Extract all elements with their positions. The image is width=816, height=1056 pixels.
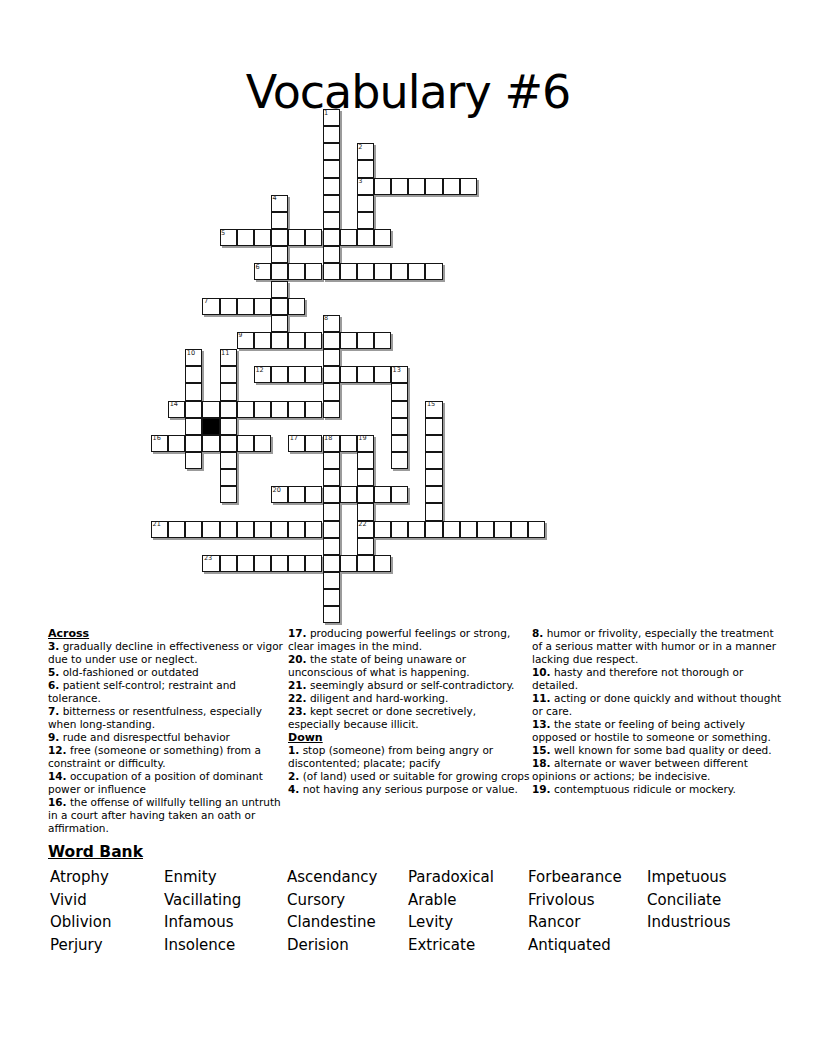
grid-cell[interactable] bbox=[168, 435, 185, 452]
grid-cell[interactable] bbox=[323, 229, 340, 246]
grid-cell[interactable] bbox=[220, 366, 237, 383]
clue-number: 8 bbox=[324, 315, 328, 322]
grid-cell[interactable] bbox=[340, 486, 357, 503]
word-bank-item: Cursory bbox=[287, 889, 408, 912]
grid-cell[interactable] bbox=[288, 486, 305, 503]
clue-number: 19 bbox=[358, 435, 366, 442]
grid-cell[interactable] bbox=[271, 521, 288, 538]
word-bank-item: Paradoxical bbox=[408, 866, 528, 889]
clue-number-label: 23. bbox=[288, 705, 307, 717]
clue-number-label: 16. bbox=[48, 796, 67, 808]
clue-number-label: 11. bbox=[532, 692, 551, 704]
grid-cell[interactable] bbox=[374, 366, 391, 383]
clue-number: 21 bbox=[153, 521, 161, 528]
grid-cell[interactable] bbox=[374, 555, 391, 572]
grid-cell[interactable] bbox=[323, 383, 340, 400]
grid-cell[interactable] bbox=[425, 452, 442, 469]
grid-cell[interactable] bbox=[305, 332, 322, 349]
grid-cell[interactable] bbox=[254, 332, 271, 349]
grid-cell[interactable] bbox=[374, 229, 391, 246]
clue-list-heading-down: Down bbox=[288, 731, 531, 744]
grid-cell[interactable] bbox=[305, 486, 322, 503]
grid-cell[interactable] bbox=[408, 263, 425, 280]
word-bank-item: Levity bbox=[408, 911, 528, 934]
clue-number: 14 bbox=[170, 401, 178, 408]
clue-number: 1 bbox=[324, 110, 328, 117]
grid-cell[interactable] bbox=[237, 435, 254, 452]
clue-9-across: 9. rude and disrespectful behavior bbox=[48, 731, 285, 744]
clue-number-label: 8. bbox=[532, 627, 543, 639]
grid-cell[interactable] bbox=[391, 521, 408, 538]
grid-cell[interactable] bbox=[357, 366, 374, 383]
grid-cell[interactable] bbox=[323, 486, 340, 503]
clue-1-down: 1. stop (someone) from being angry or di… bbox=[288, 744, 531, 770]
grid-cell[interactable] bbox=[271, 263, 288, 280]
grid-cell[interactable] bbox=[185, 418, 202, 435]
grid-cell[interactable] bbox=[323, 332, 340, 349]
grid-cell[interactable] bbox=[357, 229, 374, 246]
grid-cell[interactable] bbox=[271, 298, 288, 315]
clue-10-down: 10. hasty and therefore not thorough or … bbox=[532, 666, 786, 692]
grid-cell[interactable] bbox=[340, 263, 357, 280]
clue-14-across: 14. occupation of a position of dominant… bbox=[48, 770, 285, 796]
grid-cell[interactable] bbox=[220, 298, 237, 315]
clue-6-across: 6. patient self-control; restraint and t… bbox=[48, 679, 285, 705]
grid-cell[interactable] bbox=[340, 366, 357, 383]
grid-cell[interactable] bbox=[185, 452, 202, 469]
grid-cell[interactable] bbox=[271, 281, 288, 298]
grid-cell[interactable] bbox=[340, 229, 357, 246]
grid-cell[interactable] bbox=[288, 298, 305, 315]
grid-cell[interactable] bbox=[357, 452, 374, 469]
word-bank-item: Atrophy bbox=[50, 866, 164, 889]
word-bank-item: Infamous bbox=[164, 911, 287, 934]
word-bank-item: Insolence bbox=[164, 934, 287, 957]
clue-16-across: 16. the offense of willfully telling an … bbox=[48, 796, 285, 835]
word-bank-item: Frivolous bbox=[528, 889, 647, 912]
clue-column-left: Across3. gradually decline in effectiven… bbox=[48, 627, 285, 835]
clue-number-label: 21. bbox=[288, 679, 307, 691]
grid-cell[interactable] bbox=[323, 212, 340, 229]
clue-column-middle: 17. producing powerful feelings or stron… bbox=[288, 627, 531, 796]
grid-cell[interactable] bbox=[340, 555, 357, 572]
word-bank-item: Vacillating bbox=[164, 889, 287, 912]
clue-number: 18 bbox=[324, 435, 332, 442]
word-bank-item: Derision bbox=[287, 934, 408, 957]
grid-cell[interactable] bbox=[237, 555, 254, 572]
grid-cell[interactable] bbox=[340, 332, 357, 349]
grid-cell[interactable] bbox=[374, 332, 391, 349]
grid-cell[interactable] bbox=[305, 229, 322, 246]
word-bank-item: Conciliate bbox=[647, 889, 731, 912]
grid-cell[interactable] bbox=[254, 555, 271, 572]
crossword-grid: 3567912141617202122231248101113151819 bbox=[151, 109, 551, 629]
grid-cell[interactable] bbox=[374, 521, 391, 538]
grid-cell[interactable] bbox=[391, 418, 408, 435]
grid-cell[interactable] bbox=[425, 521, 442, 538]
grid-cell[interactable] bbox=[271, 229, 288, 246]
grid-cell[interactable] bbox=[185, 401, 202, 418]
grid-cell[interactable] bbox=[185, 521, 202, 538]
word-bank-column: EnmityVacillatingInfamousInsolence bbox=[164, 866, 287, 957]
grid-cell[interactable] bbox=[220, 469, 237, 486]
grid-cell[interactable] bbox=[288, 555, 305, 572]
grid-cell[interactable] bbox=[323, 246, 340, 263]
grid-cell[interactable] bbox=[305, 263, 322, 280]
grid-cell[interactable] bbox=[220, 383, 237, 400]
word-bank-item: Extricate bbox=[408, 934, 528, 957]
grid-cell[interactable] bbox=[220, 452, 237, 469]
grid-cell[interactable] bbox=[254, 298, 271, 315]
clue-number: 3 bbox=[358, 178, 362, 185]
grid-cell[interactable] bbox=[357, 263, 374, 280]
grid-cell[interactable] bbox=[323, 160, 340, 177]
grid-cell[interactable] bbox=[254, 435, 271, 452]
word-bank-column: AscendancyCursoryClandestineDerision bbox=[287, 866, 408, 957]
clue-number: 16 bbox=[153, 435, 161, 442]
clue-list-heading-across: Across bbox=[48, 627, 285, 640]
grid-cell[interactable] bbox=[323, 589, 340, 606]
grid-cell[interactable] bbox=[357, 212, 374, 229]
word-bank-column: ForbearanceFrivolousRancorAntiquated bbox=[528, 866, 647, 957]
clue-number-label: 17. bbox=[288, 627, 307, 639]
grid-cell[interactable] bbox=[323, 606, 340, 623]
clue-number: 13 bbox=[393, 367, 401, 374]
grid-cell[interactable] bbox=[323, 521, 340, 538]
clue-number-label: 13. bbox=[532, 718, 551, 730]
black-cell bbox=[202, 418, 219, 435]
grid-cell[interactable] bbox=[237, 401, 254, 418]
clue-number-label: 9. bbox=[48, 731, 59, 743]
grid-cell[interactable] bbox=[220, 401, 237, 418]
clue-number-label: 22. bbox=[288, 692, 307, 704]
clue-number: 4 bbox=[273, 195, 277, 202]
clue-22-across: 22. diligent and hard-working. bbox=[288, 692, 531, 705]
grid-cell[interactable] bbox=[408, 178, 425, 195]
grid-cell[interactable] bbox=[220, 555, 237, 572]
grid-cell[interactable] bbox=[305, 435, 322, 452]
grid-cell[interactable] bbox=[323, 401, 340, 418]
grid-cell[interactable] bbox=[220, 521, 237, 538]
word-bank-item: Perjury bbox=[50, 934, 164, 957]
grid-cell[interactable] bbox=[374, 263, 391, 280]
grid-cell[interactable] bbox=[323, 452, 340, 469]
clue-number-label: 2. bbox=[288, 770, 299, 782]
word-bank-item: Enmity bbox=[164, 866, 287, 889]
grid-cell[interactable] bbox=[323, 178, 340, 195]
clue-7-across: 7. bitterness or resentfulness, especial… bbox=[48, 705, 285, 731]
grid-cell[interactable] bbox=[323, 572, 340, 589]
grid-cell[interactable] bbox=[357, 486, 374, 503]
clue-12-across: 12. free (someone or something) from a c… bbox=[48, 744, 285, 770]
clue-number-label: 10. bbox=[532, 666, 551, 678]
grid-cell[interactable] bbox=[185, 366, 202, 383]
grid-cell[interactable] bbox=[323, 555, 340, 572]
grid-cell[interactable] bbox=[237, 521, 254, 538]
clue-4-down: 4. not having any serious purpose or val… bbox=[288, 783, 531, 796]
clue-number: 20 bbox=[273, 487, 281, 494]
grid-cell[interactable] bbox=[443, 521, 460, 538]
grid-cell[interactable] bbox=[305, 555, 322, 572]
grid-cell[interactable] bbox=[357, 503, 374, 520]
grid-cell[interactable] bbox=[443, 178, 460, 195]
grid-cell[interactable] bbox=[391, 486, 408, 503]
grid-cell[interactable] bbox=[323, 503, 340, 520]
clue-number: 2 bbox=[358, 144, 362, 151]
clue-number-label: 14. bbox=[48, 770, 67, 782]
clue-number-label: 20. bbox=[288, 653, 307, 665]
grid-cell[interactable] bbox=[323, 538, 340, 555]
word-bank-heading: Word Bank bbox=[48, 843, 143, 861]
word-bank-item: Ascendancy bbox=[287, 866, 408, 889]
word-bank-item: Clandestine bbox=[287, 911, 408, 934]
clue-13-down: 13. the state or feeling of being active… bbox=[532, 718, 786, 744]
grid-cell[interactable] bbox=[271, 246, 288, 263]
clue-number: 6 bbox=[255, 264, 259, 271]
word-bank-item: Oblivion bbox=[50, 911, 164, 934]
grid-cell[interactable] bbox=[288, 521, 305, 538]
grid-cell[interactable] bbox=[288, 401, 305, 418]
grid-cell[interactable] bbox=[288, 229, 305, 246]
grid-cell[interactable] bbox=[357, 160, 374, 177]
grid-cell[interactable] bbox=[271, 366, 288, 383]
grid-cell[interactable] bbox=[220, 418, 237, 435]
word-bank-item: Arable bbox=[408, 889, 528, 912]
grid-cell[interactable] bbox=[254, 521, 271, 538]
grid-cell[interactable] bbox=[220, 486, 237, 503]
clue-number-label: 15. bbox=[532, 744, 551, 756]
grid-cell[interactable] bbox=[305, 366, 322, 383]
clue-19-down: 19. contemptuous ridicule or mockery. bbox=[532, 783, 786, 796]
worksheet-page: Vocabulary #6 35679121416172021222312481… bbox=[0, 0, 816, 1056]
clue-number: 7 bbox=[204, 298, 208, 305]
grid-cell[interactable] bbox=[357, 332, 374, 349]
grid-cell[interactable] bbox=[254, 229, 271, 246]
clue-17-across: 17. producing powerful feelings or stron… bbox=[288, 627, 531, 653]
grid-cell[interactable] bbox=[391, 263, 408, 280]
clue-5-across: 5. old-fashioned or outdated bbox=[48, 666, 285, 679]
word-bank-item: Rancor bbox=[528, 911, 647, 934]
grid-cell[interactable] bbox=[357, 195, 374, 212]
grid-cell[interactable] bbox=[391, 452, 408, 469]
clue-number: 5 bbox=[221, 230, 225, 237]
word-bank-item: Impetuous bbox=[647, 866, 731, 889]
grid-cell[interactable] bbox=[408, 521, 425, 538]
clue-number-label: 12. bbox=[48, 744, 67, 756]
grid-cell[interactable] bbox=[271, 401, 288, 418]
grid-cell[interactable] bbox=[460, 178, 477, 195]
clue-number: 23 bbox=[204, 555, 212, 562]
clue-8-down: 8. humor or frivolity, especially the tr… bbox=[532, 627, 786, 666]
grid-cell[interactable] bbox=[271, 332, 288, 349]
grid-cell[interactable] bbox=[425, 469, 442, 486]
grid-cell[interactable] bbox=[288, 366, 305, 383]
grid-cell[interactable] bbox=[425, 263, 442, 280]
clue-3-across: 3. gradually decline in effectiveness or… bbox=[48, 640, 285, 666]
clue-number-label: 19. bbox=[532, 783, 551, 795]
clue-number: 22 bbox=[358, 521, 366, 528]
grid-cell[interactable] bbox=[374, 486, 391, 503]
grid-cell[interactable] bbox=[323, 126, 340, 143]
grid-cell[interactable] bbox=[391, 383, 408, 400]
grid-cell[interactable] bbox=[185, 435, 202, 452]
word-bank-item: Vivid bbox=[50, 889, 164, 912]
grid-cell[interactable] bbox=[271, 315, 288, 332]
grid-cell[interactable] bbox=[185, 383, 202, 400]
grid-cell[interactable] bbox=[271, 555, 288, 572]
clue-20-across: 20. the state of being unaware or uncons… bbox=[288, 653, 531, 679]
grid-cell[interactable] bbox=[288, 332, 305, 349]
grid-cell[interactable] bbox=[271, 212, 288, 229]
grid-cell[interactable] bbox=[477, 521, 494, 538]
clue-number: 9 bbox=[238, 332, 242, 339]
grid-cell[interactable] bbox=[425, 435, 442, 452]
word-bank-column: ParadoxicalArableLevityExtricate bbox=[408, 866, 528, 957]
grid-cell[interactable] bbox=[528, 521, 545, 538]
clue-number-label: 7. bbox=[48, 705, 59, 717]
grid-cell[interactable] bbox=[425, 486, 442, 503]
clue-21-across: 21. seemingly absurd or self-contradicto… bbox=[288, 679, 531, 692]
clue-18-down: 18. alternate or waver between different… bbox=[532, 757, 786, 783]
grid-cell[interactable] bbox=[323, 366, 340, 383]
clue-number: 11 bbox=[221, 350, 229, 357]
clue-23-across: 23. kept secret or done secretively, esp… bbox=[288, 705, 531, 731]
clue-number-label: 4. bbox=[288, 783, 299, 795]
grid-cell[interactable] bbox=[494, 521, 511, 538]
grid-cell[interactable] bbox=[391, 435, 408, 452]
grid-cell[interactable] bbox=[305, 521, 322, 538]
grid-cell[interactable] bbox=[460, 521, 477, 538]
word-bank-item: Antiquated bbox=[528, 934, 647, 957]
word-bank-column: ImpetuousConciliateIndustrious bbox=[647, 866, 731, 957]
clue-column-right: 8. humor or frivolity, especially the tr… bbox=[532, 627, 786, 796]
clue-number-label: 18. bbox=[532, 757, 551, 769]
clue-number-label: 6. bbox=[48, 679, 59, 691]
grid-cell[interactable] bbox=[323, 349, 340, 366]
grid-cell[interactable] bbox=[288, 263, 305, 280]
clue-number: 10 bbox=[187, 350, 195, 357]
grid-cell[interactable] bbox=[254, 401, 271, 418]
grid-cell[interactable] bbox=[237, 298, 254, 315]
grid-cell[interactable] bbox=[220, 435, 237, 452]
clue-number: 12 bbox=[255, 367, 263, 374]
clue-number: 17 bbox=[290, 435, 298, 442]
grid-cell[interactable] bbox=[340, 435, 357, 452]
grid-cell[interactable] bbox=[323, 469, 340, 486]
clue-number-label: 1. bbox=[288, 744, 299, 756]
grid-cell[interactable] bbox=[357, 555, 374, 572]
grid-cell[interactable] bbox=[323, 143, 340, 160]
word-bank-column: AtrophyVividOblivionPerjury bbox=[50, 866, 164, 957]
clue-number-label: 5. bbox=[48, 666, 59, 678]
word-bank-item: Industrious bbox=[647, 911, 731, 934]
clue-15-down: 15. well known for some bad quality or d… bbox=[532, 744, 786, 757]
clue-2-down: 2. (of land) used or suitable for growin… bbox=[288, 770, 531, 783]
grid-cell[interactable] bbox=[425, 178, 442, 195]
grid-cell[interactable] bbox=[425, 503, 442, 520]
grid-cell[interactable] bbox=[202, 435, 219, 452]
grid-cell[interactable] bbox=[323, 263, 340, 280]
grid-cell[interactable] bbox=[391, 401, 408, 418]
grid-cell[interactable] bbox=[511, 521, 528, 538]
clue-number-label: 3. bbox=[48, 640, 59, 652]
word-bank: AtrophyVividOblivionPerjuryEnmityVacilla… bbox=[50, 866, 731, 957]
grid-cell[interactable] bbox=[357, 538, 374, 555]
grid-cell[interactable] bbox=[202, 521, 219, 538]
grid-cell[interactable] bbox=[323, 195, 340, 212]
grid-cell[interactable] bbox=[391, 178, 408, 195]
grid-cell[interactable] bbox=[305, 401, 322, 418]
grid-cell[interactable] bbox=[168, 521, 185, 538]
word-bank-item: Forbearance bbox=[528, 866, 647, 889]
grid-cell[interactable] bbox=[425, 418, 442, 435]
clue-11-down: 11. acting or done quickly and without t… bbox=[532, 692, 786, 718]
grid-cell[interactable] bbox=[357, 469, 374, 486]
grid-cell[interactable] bbox=[202, 401, 219, 418]
grid-cell[interactable] bbox=[237, 229, 254, 246]
clue-number: 15 bbox=[427, 401, 435, 408]
grid-cell[interactable] bbox=[374, 178, 391, 195]
